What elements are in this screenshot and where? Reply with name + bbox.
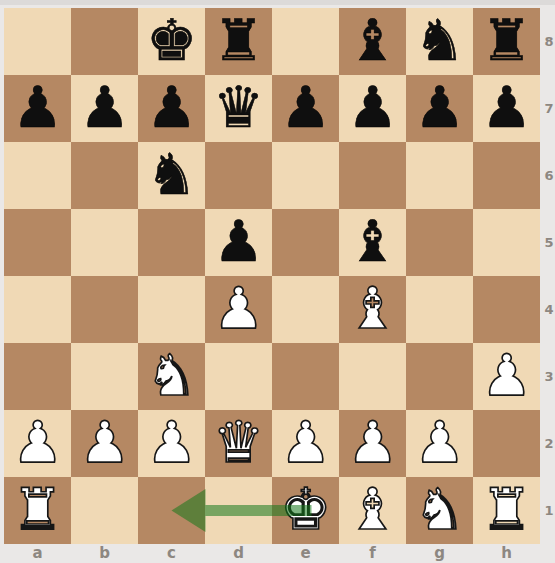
- black-pawn[interactable]: ♟: [414, 79, 465, 136]
- square-e4[interactable]: [272, 276, 339, 343]
- rank-label-3: 3: [543, 343, 555, 410]
- square-c2[interactable]: ♟: [138, 410, 205, 477]
- white-knight[interactable]: ♞: [414, 481, 465, 538]
- square-g6[interactable]: [406, 142, 473, 209]
- square-f7[interactable]: ♟: [339, 75, 406, 142]
- file-coordinates: abcdefgh: [4, 543, 540, 562]
- square-c3[interactable]: ♞: [138, 343, 205, 410]
- square-e6[interactable]: [272, 142, 339, 209]
- file-label-c: c: [138, 543, 205, 562]
- black-pawn[interactable]: ♟: [213, 213, 264, 270]
- square-d3[interactable]: [205, 343, 272, 410]
- square-e2[interactable]: ♟: [272, 410, 339, 477]
- square-a8[interactable]: [4, 8, 71, 75]
- square-g8[interactable]: ♞: [406, 8, 473, 75]
- square-e7[interactable]: ♟: [272, 75, 339, 142]
- square-h7[interactable]: ♟: [473, 75, 540, 142]
- square-e8[interactable]: [272, 8, 339, 75]
- rank-label-2: 2: [543, 410, 555, 477]
- square-f4[interactable]: ♝: [339, 276, 406, 343]
- rank-label-8: 8: [543, 8, 555, 75]
- square-f8[interactable]: ♝: [339, 8, 406, 75]
- square-b6[interactable]: [71, 142, 138, 209]
- square-d4[interactable]: ♟: [205, 276, 272, 343]
- white-bishop[interactable]: ♝: [347, 481, 398, 538]
- white-pawn[interactable]: ♟: [12, 414, 63, 471]
- square-h1[interactable]: ♜: [473, 477, 540, 544]
- rank-label-5: 5: [543, 209, 555, 276]
- white-pawn[interactable]: ♟: [213, 280, 264, 337]
- white-rook[interactable]: ♜: [481, 481, 532, 538]
- file-label-g: g: [406, 543, 473, 562]
- black-pawn[interactable]: ♟: [347, 79, 398, 136]
- square-d6[interactable]: [205, 142, 272, 209]
- file-label-a: a: [4, 543, 71, 562]
- square-a7[interactable]: ♟: [4, 75, 71, 142]
- white-pawn[interactable]: ♟: [481, 347, 532, 404]
- square-a4[interactable]: [4, 276, 71, 343]
- square-b3[interactable]: [71, 343, 138, 410]
- white-king[interactable]: ♚: [280, 481, 331, 538]
- file-label-d: d: [205, 543, 272, 562]
- black-pawn[interactable]: ♟: [79, 79, 130, 136]
- window-top-shadow: [0, 0, 555, 5]
- square-g3[interactable]: [406, 343, 473, 410]
- black-rook[interactable]: ♜: [481, 12, 532, 69]
- square-c6[interactable]: ♞: [138, 142, 205, 209]
- square-d1[interactable]: [205, 477, 272, 544]
- black-pawn[interactable]: ♟: [481, 79, 532, 136]
- square-e1[interactable]: ♚: [272, 477, 339, 544]
- black-king[interactable]: ♚: [146, 12, 197, 69]
- square-d5[interactable]: ♟: [205, 209, 272, 276]
- square-d2[interactable]: ♛: [205, 410, 272, 477]
- square-b1[interactable]: [71, 477, 138, 544]
- square-e3[interactable]: [272, 343, 339, 410]
- square-f3[interactable]: [339, 343, 406, 410]
- rank-label-1: 1: [543, 477, 555, 544]
- square-g7[interactable]: ♟: [406, 75, 473, 142]
- white-queen[interactable]: ♛: [213, 414, 264, 471]
- rank-label-4: 4: [543, 276, 555, 343]
- square-b2[interactable]: ♟: [71, 410, 138, 477]
- square-f6[interactable]: [339, 142, 406, 209]
- black-bishop[interactable]: ♝: [347, 213, 398, 270]
- square-g2[interactable]: ♟: [406, 410, 473, 477]
- white-pawn[interactable]: ♟: [347, 414, 398, 471]
- square-c4[interactable]: [138, 276, 205, 343]
- chess-app-window: ♚♜♝♞♜♟♟♟♛♟♟♟♟♞♟♝♟♝♞♟♟♟♟♛♟♟♟♜♚♝♞♜ 8765432…: [0, 0, 555, 563]
- square-c1[interactable]: [138, 477, 205, 544]
- black-rook[interactable]: ♜: [213, 12, 264, 69]
- square-h5[interactable]: [473, 209, 540, 276]
- black-pawn[interactable]: ♟: [12, 79, 63, 136]
- rank-label-7: 7: [543, 75, 555, 142]
- file-label-b: b: [71, 543, 138, 562]
- white-knight[interactable]: ♞: [146, 347, 197, 404]
- black-knight[interactable]: ♞: [414, 12, 465, 69]
- square-h8[interactable]: ♜: [473, 8, 540, 75]
- white-pawn[interactable]: ♟: [414, 414, 465, 471]
- black-pawn[interactable]: ♟: [146, 79, 197, 136]
- square-f1[interactable]: ♝: [339, 477, 406, 544]
- square-a6[interactable]: [4, 142, 71, 209]
- square-b5[interactable]: [71, 209, 138, 276]
- square-c8[interactable]: ♚: [138, 8, 205, 75]
- square-c5[interactable]: [138, 209, 205, 276]
- square-c7[interactable]: ♟: [138, 75, 205, 142]
- file-label-h: h: [473, 543, 540, 562]
- square-d8[interactable]: ♜: [205, 8, 272, 75]
- square-h6[interactable]: [473, 142, 540, 209]
- square-a2[interactable]: ♟: [4, 410, 71, 477]
- square-e5[interactable]: [272, 209, 339, 276]
- white-pawn[interactable]: ♟: [79, 414, 130, 471]
- rank-label-6: 6: [543, 142, 555, 209]
- black-bishop[interactable]: ♝: [347, 12, 398, 69]
- square-b4[interactable]: [71, 276, 138, 343]
- square-b7[interactable]: ♟: [71, 75, 138, 142]
- square-a3[interactable]: [4, 343, 71, 410]
- square-d7[interactable]: ♛: [205, 75, 272, 142]
- square-g5[interactable]: [406, 209, 473, 276]
- black-queen[interactable]: ♛: [213, 79, 264, 136]
- square-h3[interactable]: ♟: [473, 343, 540, 410]
- square-h2[interactable]: [473, 410, 540, 477]
- white-bishop[interactable]: ♝: [347, 280, 398, 337]
- file-label-f: f: [339, 543, 406, 562]
- square-g1[interactable]: ♞: [406, 477, 473, 544]
- white-rook[interactable]: ♜: [12, 481, 63, 538]
- square-a1[interactable]: ♜: [4, 477, 71, 544]
- square-a5[interactable]: [4, 209, 71, 276]
- file-label-e: e: [272, 543, 339, 562]
- board: ♚♜♝♞♜♟♟♟♛♟♟♟♟♞♟♝♟♝♞♟♟♟♟♛♟♟♟♜♚♝♞♜: [4, 8, 540, 544]
- square-f2[interactable]: ♟: [339, 410, 406, 477]
- black-knight[interactable]: ♞: [146, 146, 197, 203]
- rank-coordinates: 87654321: [543, 8, 555, 544]
- white-pawn[interactable]: ♟: [146, 414, 197, 471]
- square-h4[interactable]: [473, 276, 540, 343]
- black-pawn[interactable]: ♟: [280, 79, 331, 136]
- square-f5[interactable]: ♝: [339, 209, 406, 276]
- white-pawn[interactable]: ♟: [280, 414, 331, 471]
- square-b8[interactable]: [71, 8, 138, 75]
- square-g4[interactable]: [406, 276, 473, 343]
